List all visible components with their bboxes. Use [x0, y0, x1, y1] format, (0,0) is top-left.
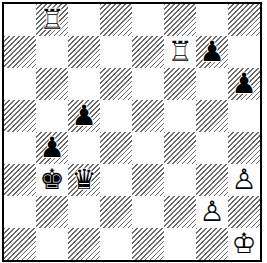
white-pawn-piece: ♟♙ [196, 196, 228, 228]
square-f7[interactable]: ♜♖ [164, 36, 196, 68]
square-d6[interactable] [100, 68, 132, 100]
square-g2[interactable]: ♟♙ [196, 196, 228, 228]
square-f2[interactable] [164, 196, 196, 228]
square-a7[interactable] [4, 36, 36, 68]
square-c3[interactable]: ♛ [68, 164, 100, 196]
square-g1[interactable] [196, 228, 228, 260]
square-g5[interactable] [196, 100, 228, 132]
square-a6[interactable] [4, 68, 36, 100]
piece-outline: ♙ [228, 164, 260, 196]
white-rook-piece: ♜♖ [36, 4, 68, 36]
black-pawn-piece: ♟ [36, 132, 68, 164]
square-d7[interactable] [100, 36, 132, 68]
chess-diagram: ♜♖♜♖♟♟♟♟♚♛♟♙♟♙♚♔ [0, 0, 267, 263]
square-c8[interactable] [68, 4, 100, 36]
square-h4[interactable] [228, 132, 260, 164]
square-d8[interactable] [100, 4, 132, 36]
piece-outline: ♙ [196, 196, 228, 228]
square-e3[interactable] [132, 164, 164, 196]
piece-outline: ♖ [36, 4, 68, 36]
square-b2[interactable] [36, 196, 68, 228]
square-d2[interactable] [100, 196, 132, 228]
square-g6[interactable] [196, 68, 228, 100]
black-pawn-piece: ♟ [228, 68, 260, 100]
square-d3[interactable] [100, 164, 132, 196]
piece-outline: ♖ [164, 36, 196, 68]
square-e2[interactable] [132, 196, 164, 228]
square-h2[interactable] [228, 196, 260, 228]
square-e5[interactable] [132, 100, 164, 132]
white-rook-piece: ♜♖ [164, 36, 196, 68]
square-h1[interactable]: ♚♔ [228, 228, 260, 260]
square-f5[interactable] [164, 100, 196, 132]
square-e1[interactable] [132, 228, 164, 260]
square-c7[interactable] [68, 36, 100, 68]
square-e6[interactable] [132, 68, 164, 100]
black-pawn-piece: ♟ [68, 100, 100, 132]
square-b6[interactable] [36, 68, 68, 100]
square-b4[interactable]: ♟ [36, 132, 68, 164]
square-g8[interactable] [196, 4, 228, 36]
white-pawn-piece: ♟♙ [228, 164, 260, 196]
square-a8[interactable] [4, 4, 36, 36]
square-b1[interactable] [36, 228, 68, 260]
square-e7[interactable] [132, 36, 164, 68]
square-c5[interactable]: ♟ [68, 100, 100, 132]
square-h3[interactable]: ♟♙ [228, 164, 260, 196]
square-d1[interactable] [100, 228, 132, 260]
black-pawn-piece: ♟ [196, 36, 228, 68]
square-a4[interactable] [4, 132, 36, 164]
square-g7[interactable]: ♟ [196, 36, 228, 68]
square-c1[interactable] [68, 228, 100, 260]
square-f3[interactable] [164, 164, 196, 196]
square-c6[interactable] [68, 68, 100, 100]
black-queen-piece: ♛ [68, 164, 100, 196]
square-b3[interactable]: ♚ [36, 164, 68, 196]
square-c2[interactable] [68, 196, 100, 228]
square-a5[interactable] [4, 100, 36, 132]
square-h6[interactable]: ♟ [228, 68, 260, 100]
square-h5[interactable] [228, 100, 260, 132]
square-a2[interactable] [4, 196, 36, 228]
square-b8[interactable]: ♜♖ [36, 4, 68, 36]
square-g3[interactable] [196, 164, 228, 196]
square-e4[interactable] [132, 132, 164, 164]
square-f1[interactable] [164, 228, 196, 260]
square-e8[interactable] [132, 4, 164, 36]
square-c4[interactable] [68, 132, 100, 164]
square-b7[interactable] [36, 36, 68, 68]
square-d5[interactable] [100, 100, 132, 132]
square-a3[interactable] [4, 164, 36, 196]
square-f4[interactable] [164, 132, 196, 164]
square-h7[interactable] [228, 36, 260, 68]
square-f6[interactable] [164, 68, 196, 100]
chess-board: ♜♖♜♖♟♟♟♟♚♛♟♙♟♙♚♔ [2, 2, 262, 262]
square-a1[interactable] [4, 228, 36, 260]
square-b5[interactable] [36, 100, 68, 132]
square-d4[interactable] [100, 132, 132, 164]
white-king-piece: ♚♔ [228, 228, 260, 260]
square-f8[interactable] [164, 4, 196, 36]
square-g4[interactable] [196, 132, 228, 164]
black-king-piece: ♚ [36, 164, 68, 196]
square-h8[interactable] [228, 4, 260, 36]
piece-outline: ♔ [228, 228, 260, 260]
